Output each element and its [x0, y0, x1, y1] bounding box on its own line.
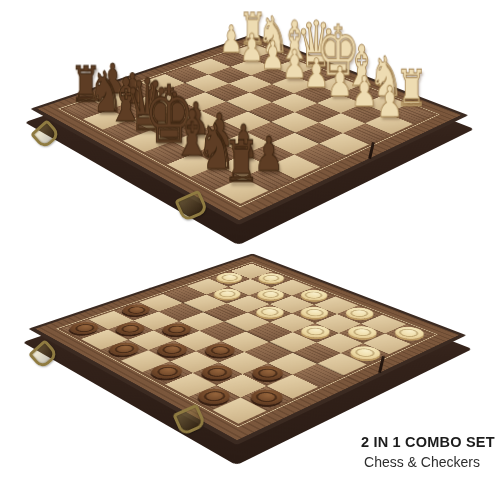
caption: 2 IN 1 COMBO SET Chess & Checkers [361, 434, 483, 470]
checkers-board [91, 177, 401, 487]
board-surface [28, 254, 466, 445]
product-image: ♜♞♝♛♚♝♞♜♟♟♟♟♟♟♟♟♟♟♟♟♟♟♟♟♜♞♝♛♚♝♞♜ 2 IN 1 … [0, 0, 500, 500]
caption-subtitle: Chess & Checkers [361, 454, 483, 470]
checkers-grid [62, 264, 432, 424]
checkers-board-3d [28, 254, 466, 445]
chess-piece-light-pawn: ♟ [374, 80, 404, 123]
caption-title: 2 IN 1 COMBO SET [361, 434, 483, 450]
